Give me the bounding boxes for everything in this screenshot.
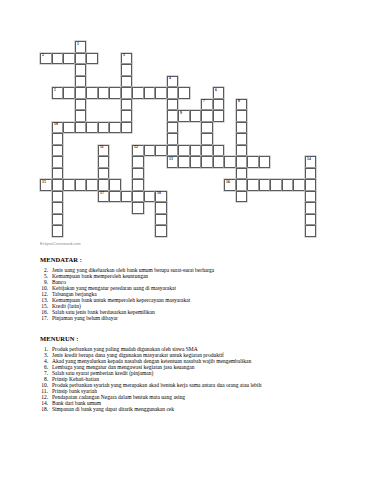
crossword-cell[interactable] bbox=[167, 133, 179, 145]
crossword-cell[interactable] bbox=[236, 133, 248, 145]
crossword-cell[interactable]: 7 bbox=[201, 99, 213, 111]
crossword-cell[interactable] bbox=[121, 191, 133, 203]
clue-number-label: 15 bbox=[42, 180, 46, 184]
crossword-cell[interactable] bbox=[121, 87, 133, 99]
crossword-cell[interactable] bbox=[236, 145, 248, 157]
crossword-cell[interactable] bbox=[155, 202, 167, 214]
crossword-cell[interactable] bbox=[305, 168, 317, 180]
clue-number-label: 18 bbox=[157, 191, 161, 195]
crossword-cell[interactable] bbox=[201, 145, 213, 157]
crossword-cell[interactable] bbox=[52, 225, 64, 237]
crossword-cell[interactable] bbox=[121, 122, 133, 134]
crossword-cell[interactable] bbox=[270, 179, 282, 191]
crossword-cell[interactable] bbox=[75, 122, 87, 134]
crossword-cell[interactable]: 5 bbox=[52, 87, 64, 99]
crossword-cell[interactable] bbox=[236, 110, 248, 122]
crossword-cell[interactable]: 2 bbox=[40, 53, 52, 65]
crossword-cell[interactable] bbox=[75, 99, 87, 111]
clue-number-label: 2 bbox=[42, 53, 44, 57]
crossword-cell[interactable] bbox=[213, 110, 225, 122]
crossword-cell[interactable] bbox=[75, 76, 87, 88]
clue-text: Kemampuan bank memperoleh keuntungan bbox=[52, 273, 148, 279]
clue-number-label: 17 bbox=[100, 191, 104, 195]
clue-number-label: 14 bbox=[307, 157, 311, 161]
clue-number-label: 11 bbox=[100, 145, 104, 149]
clue-number-label: 5 bbox=[54, 88, 56, 92]
crossword-cell[interactable] bbox=[190, 110, 202, 122]
clue-number: 17. bbox=[40, 315, 48, 321]
crossword-cell[interactable] bbox=[86, 53, 98, 65]
crossword-cell[interactable]: 11 bbox=[98, 145, 110, 157]
down-heading: MENURUN : bbox=[40, 335, 370, 343]
crossword-grid: 123456789101112131415161718 bbox=[40, 41, 317, 237]
crossword-cell[interactable] bbox=[132, 202, 144, 214]
crossword-cell[interactable] bbox=[178, 156, 190, 168]
crossword-cell[interactable] bbox=[213, 99, 225, 111]
crossword-cell[interactable]: 8 bbox=[236, 99, 248, 111]
crossword-cell[interactable] bbox=[236, 122, 248, 134]
crossword-cell[interactable] bbox=[75, 179, 87, 191]
crossword-cell[interactable] bbox=[155, 214, 167, 226]
crossword-cell[interactable] bbox=[178, 145, 190, 157]
crossword-cell[interactable] bbox=[86, 122, 98, 134]
clue-number-label: 12 bbox=[134, 145, 138, 149]
crossword-cell[interactable] bbox=[98, 87, 110, 99]
clue-number-label: 9 bbox=[180, 111, 182, 115]
clue-number: 18. bbox=[40, 406, 48, 412]
crossword-cell[interactable] bbox=[144, 87, 156, 99]
crossword-cell[interactable] bbox=[236, 179, 248, 191]
crossword-cell[interactable] bbox=[109, 87, 121, 99]
crossword-cell[interactable]: 13 bbox=[167, 156, 179, 168]
crossword-cell[interactable]: 16 bbox=[224, 179, 236, 191]
crossword-cell[interactable] bbox=[132, 87, 144, 99]
crossword-cell[interactable] bbox=[52, 191, 64, 203]
clue-text: Simpanan di bank yang dapat ditarik meng… bbox=[52, 406, 174, 412]
clue-row: 18.Simpanan di bank yang dapat ditarik m… bbox=[40, 406, 370, 412]
crossword-cell[interactable]: 15 bbox=[40, 179, 52, 191]
crossword-cell[interactable] bbox=[121, 76, 133, 88]
crossword-cell[interactable] bbox=[213, 145, 225, 157]
across-heading: MENDATAR : bbox=[40, 256, 370, 264]
crossword-cell[interactable] bbox=[201, 133, 213, 145]
crossword-cell[interactable] bbox=[305, 179, 317, 191]
crossword-cell[interactable] bbox=[167, 110, 179, 122]
crossword-cell[interactable] bbox=[109, 122, 121, 134]
crossword-cell[interactable] bbox=[98, 156, 110, 168]
clue-number-label: 6 bbox=[215, 88, 217, 92]
clue-number-label: 1 bbox=[77, 42, 79, 46]
footer-bar: LIVEWORKSHEETS bbox=[0, 452, 372, 480]
clue-number-label: 4 bbox=[169, 76, 171, 80]
crossword-cell[interactable]: 1 bbox=[75, 41, 87, 53]
clue-number-label: 13 bbox=[169, 157, 173, 161]
crossword-cell[interactable] bbox=[247, 156, 259, 168]
crossword-cell[interactable] bbox=[132, 179, 144, 191]
crossword-cell[interactable] bbox=[224, 156, 236, 168]
crossword-cell[interactable] bbox=[236, 156, 248, 168]
clue-number-label: 7 bbox=[203, 99, 205, 103]
crossword-cell[interactable] bbox=[98, 122, 110, 134]
crossword-cell[interactable] bbox=[305, 191, 317, 203]
crossword-cell[interactable] bbox=[75, 64, 87, 76]
crossword-cell[interactable] bbox=[121, 99, 133, 111]
crossword-cell[interactable] bbox=[293, 179, 305, 191]
crossword-cell[interactable] bbox=[132, 156, 144, 168]
crossword-cell[interactable] bbox=[132, 191, 144, 203]
crossword-cell[interactable] bbox=[63, 87, 75, 99]
crossword-cell[interactable] bbox=[52, 133, 64, 145]
crossword-cell[interactable] bbox=[86, 179, 98, 191]
crossword-cell[interactable]: 6 bbox=[213, 87, 225, 99]
crossword-cell[interactable] bbox=[63, 122, 75, 134]
clue-row: 17.Pinjaman yang belum dibayar bbox=[40, 315, 370, 321]
crossword-cell[interactable]: 9 bbox=[178, 110, 190, 122]
crossword-cell[interactable] bbox=[75, 110, 87, 122]
crossword-cell[interactable] bbox=[155, 225, 167, 237]
crossword-cell[interactable]: 4 bbox=[167, 76, 179, 88]
crossword-cell[interactable] bbox=[144, 191, 156, 203]
crossword-cell[interactable]: 10 bbox=[52, 122, 64, 134]
crossword-cell[interactable] bbox=[305, 225, 317, 237]
crossword-cell[interactable]: 3 bbox=[121, 53, 133, 65]
clue-number-label: 3 bbox=[123, 53, 125, 57]
clue-number-label: 16 bbox=[226, 180, 230, 184]
crossword-cell[interactable] bbox=[259, 179, 271, 191]
crossword-cell[interactable] bbox=[75, 87, 87, 99]
crossword-cell[interactable] bbox=[144, 145, 156, 157]
crossword-cell[interactable] bbox=[98, 168, 110, 180]
crossword-cell[interactable]: 18 bbox=[155, 191, 167, 203]
crossword-cell[interactable] bbox=[201, 156, 213, 168]
down-clue-list: 1.Produk perbankan yang paling mudah dig… bbox=[40, 346, 370, 412]
crossword-cell[interactable] bbox=[75, 53, 87, 65]
crossword-cell[interactable] bbox=[52, 202, 64, 214]
crossword-cell[interactable] bbox=[236, 168, 248, 180]
crossword-cell[interactable] bbox=[201, 122, 213, 134]
clue-text: Pinjaman yang belum dibayar bbox=[52, 315, 118, 321]
crossword-cell[interactable] bbox=[52, 145, 64, 157]
crossword-cell[interactable] bbox=[178, 87, 190, 99]
crossword-cell[interactable] bbox=[86, 87, 98, 99]
crossword-cell[interactable]: 14 bbox=[305, 156, 317, 168]
crossword-cell[interactable] bbox=[167, 99, 179, 111]
crossword-cell[interactable]: 12 bbox=[132, 145, 144, 157]
crossword-cell[interactable] bbox=[155, 145, 167, 157]
crossword-cell[interactable] bbox=[155, 87, 167, 99]
crossword-cell[interactable] bbox=[305, 202, 317, 214]
worksheet-page: 123456789101112131415161718 EclipseCross… bbox=[0, 0, 372, 480]
crossword-cell[interactable] bbox=[109, 179, 121, 191]
crossword-cell[interactable] bbox=[52, 168, 64, 180]
crossword-cell[interactable] bbox=[305, 214, 317, 226]
crossword-cell[interactable] bbox=[98, 179, 110, 191]
across-clue-list: 2.Jenis uang yang dikeluarkan oleh bank … bbox=[40, 267, 370, 321]
crossword-cell[interactable] bbox=[282, 179, 294, 191]
crossword-cell[interactable] bbox=[63, 179, 75, 191]
crossword-cell[interactable] bbox=[259, 156, 271, 168]
crossword-cell[interactable] bbox=[109, 191, 121, 203]
crossword-cell[interactable] bbox=[167, 122, 179, 134]
crossword-cell[interactable] bbox=[121, 110, 133, 122]
clue-number-label: 8 bbox=[238, 99, 240, 103]
crossword-cell[interactable] bbox=[121, 64, 133, 76]
attribution-text: EclipseCrossword.com bbox=[40, 241, 81, 246]
clue-number-label: 10 bbox=[54, 122, 58, 126]
crossword-cell[interactable] bbox=[52, 179, 64, 191]
crossword-cell[interactable] bbox=[52, 156, 64, 168]
crossword-cell[interactable] bbox=[63, 53, 75, 65]
crossword-cell[interactable] bbox=[201, 110, 213, 122]
crossword-cell[interactable] bbox=[190, 145, 202, 157]
crossword-cell[interactable]: 17 bbox=[98, 191, 110, 203]
crossword-cell[interactable] bbox=[247, 179, 259, 191]
crossword-cell[interactable] bbox=[190, 156, 202, 168]
crossword-cell[interactable] bbox=[132, 168, 144, 180]
crossword-cell[interactable] bbox=[52, 53, 64, 65]
crossword-cell[interactable] bbox=[167, 145, 179, 157]
crossword-cell[interactable] bbox=[213, 156, 225, 168]
crossword-cell[interactable] bbox=[52, 214, 64, 226]
crossword-cell[interactable] bbox=[167, 87, 179, 99]
crossword-cell[interactable] bbox=[236, 191, 248, 203]
